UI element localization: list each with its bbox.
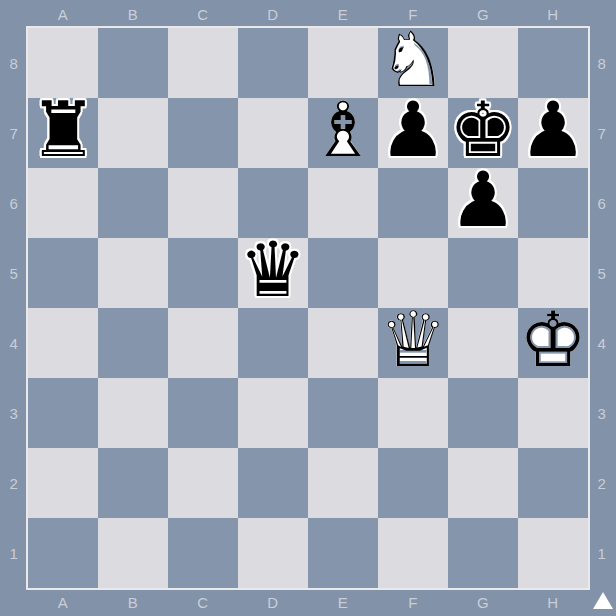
square-h7[interactable]: ♟ [518, 98, 588, 168]
file-label-c-top: C [168, 0, 238, 28]
chess-board[interactable]: ♞♘♜♝♗♟♚♟♟♛♛♕♚♔ [28, 28, 588, 588]
square-c1[interactable] [168, 518, 238, 588]
rank-label-1-right: 1 [588, 518, 616, 588]
file-label-d-top: D [238, 0, 308, 28]
square-h4[interactable]: ♚♔ [518, 308, 588, 378]
rank-label-6-right: 6 [588, 168, 616, 238]
black-queen-glyph: ♛ [239, 235, 307, 305]
piece-black-pawn-h7[interactable]: ♟ [518, 98, 588, 168]
square-b7[interactable] [98, 98, 168, 168]
rank-label-8-right: 8 [588, 28, 616, 98]
rank-label-1-left: 1 [0, 518, 28, 588]
square-f1[interactable] [378, 518, 448, 588]
square-h6[interactable] [518, 168, 588, 238]
rank-label-4-left: 4 [0, 308, 28, 378]
piece-white-king-h4[interactable]: ♚♔ [518, 308, 588, 378]
square-d2[interactable] [238, 448, 308, 518]
rank-labels-right: 87654321 [588, 28, 616, 588]
square-c2[interactable] [168, 448, 238, 518]
rank-labels-left: 87654321 [0, 28, 28, 588]
square-a2[interactable] [28, 448, 98, 518]
rank-label-3-left: 3 [0, 378, 28, 448]
square-b1[interactable] [98, 518, 168, 588]
rank-label-5-right: 5 [588, 238, 616, 308]
square-d3[interactable] [238, 378, 308, 448]
piece-white-bishop-e7[interactable]: ♝♗ [308, 98, 378, 168]
square-g5[interactable] [448, 238, 518, 308]
square-b2[interactable] [98, 448, 168, 518]
square-g6[interactable]: ♟ [448, 168, 518, 238]
square-a4[interactable] [28, 308, 98, 378]
square-g3[interactable] [448, 378, 518, 448]
white-to-move-indicator [593, 592, 613, 609]
square-f2[interactable] [378, 448, 448, 518]
square-h3[interactable] [518, 378, 588, 448]
file-label-b-bottom: B [98, 588, 168, 616]
file-label-e-top: E [308, 0, 378, 28]
piece-white-queen-f4[interactable]: ♛♕ [378, 308, 448, 378]
square-c7[interactable] [168, 98, 238, 168]
rank-label-6-left: 6 [0, 168, 28, 238]
square-b3[interactable] [98, 378, 168, 448]
square-e1[interactable] [308, 518, 378, 588]
square-e3[interactable] [308, 378, 378, 448]
square-h1[interactable] [518, 518, 588, 588]
file-labels-top: ABCDEFGH [28, 0, 588, 28]
file-label-h-top: H [518, 0, 588, 28]
file-label-f-bottom: F [378, 588, 448, 616]
square-a3[interactable] [28, 378, 98, 448]
square-c8[interactable] [168, 28, 238, 98]
rank-label-2-right: 2 [588, 448, 616, 518]
piece-black-rook-a7[interactable]: ♜ [28, 98, 98, 168]
square-d4[interactable] [238, 308, 308, 378]
square-d7[interactable] [238, 98, 308, 168]
file-label-g-bottom: G [448, 588, 518, 616]
rank-label-3-right: 3 [588, 378, 616, 448]
square-b8[interactable] [98, 28, 168, 98]
square-d1[interactable] [238, 518, 308, 588]
square-e7[interactable]: ♝♗ [308, 98, 378, 168]
square-h2[interactable] [518, 448, 588, 518]
square-e2[interactable] [308, 448, 378, 518]
file-label-c-bottom: C [168, 588, 238, 616]
square-a6[interactable] [28, 168, 98, 238]
file-label-h-bottom: H [518, 588, 588, 616]
rank-label-2-left: 2 [0, 448, 28, 518]
rank-label-5-left: 5 [0, 238, 28, 308]
square-c6[interactable] [168, 168, 238, 238]
white-queen-outline-glyph: ♕ [379, 305, 447, 375]
square-g2[interactable] [448, 448, 518, 518]
square-e6[interactable] [308, 168, 378, 238]
piece-black-pawn-f7[interactable]: ♟ [378, 98, 448, 168]
square-a7[interactable]: ♜ [28, 98, 98, 168]
black-rook-glyph: ♜ [29, 95, 97, 165]
piece-black-queen-d5[interactable]: ♛ [238, 238, 308, 308]
file-label-e-bottom: E [308, 588, 378, 616]
white-king-outline-glyph: ♔ [519, 305, 587, 375]
square-a1[interactable] [28, 518, 98, 588]
square-a5[interactable] [28, 238, 98, 308]
square-g1[interactable] [448, 518, 518, 588]
square-d5[interactable]: ♛ [238, 238, 308, 308]
rank-label-7-right: 7 [588, 98, 616, 168]
square-f6[interactable] [378, 168, 448, 238]
piece-black-pawn-g6[interactable]: ♟ [448, 168, 518, 238]
file-labels-bottom: ABCDEFGH [28, 588, 588, 616]
rank-label-4-right: 4 [588, 308, 616, 378]
square-b4[interactable] [98, 308, 168, 378]
file-label-g-top: G [448, 0, 518, 28]
file-label-d-bottom: D [238, 588, 308, 616]
file-label-a-bottom: A [28, 588, 98, 616]
square-b5[interactable] [98, 238, 168, 308]
black-pawn-glyph: ♟ [379, 95, 447, 165]
square-e5[interactable] [308, 238, 378, 308]
square-d8[interactable] [238, 28, 308, 98]
white-bishop-outline-glyph: ♗ [309, 95, 377, 165]
black-pawn-glyph: ♟ [449, 165, 517, 235]
square-c3[interactable] [168, 378, 238, 448]
square-g4[interactable] [448, 308, 518, 378]
square-f7[interactable]: ♟ [378, 98, 448, 168]
chess-board-frame: ABCDEFGH ABCDEFGH 87654321 87654321 ♞♘♜♝… [0, 0, 616, 616]
square-f4[interactable]: ♛♕ [378, 308, 448, 378]
square-e4[interactable] [308, 308, 378, 378]
square-c5[interactable] [168, 238, 238, 308]
file-label-b-top: B [98, 0, 168, 28]
black-pawn-glyph: ♟ [519, 95, 587, 165]
rank-label-8-left: 8 [0, 28, 28, 98]
square-c4[interactable] [168, 308, 238, 378]
file-label-a-top: A [28, 0, 98, 28]
square-f3[interactable] [378, 378, 448, 448]
square-b6[interactable] [98, 168, 168, 238]
rank-label-7-left: 7 [0, 98, 28, 168]
